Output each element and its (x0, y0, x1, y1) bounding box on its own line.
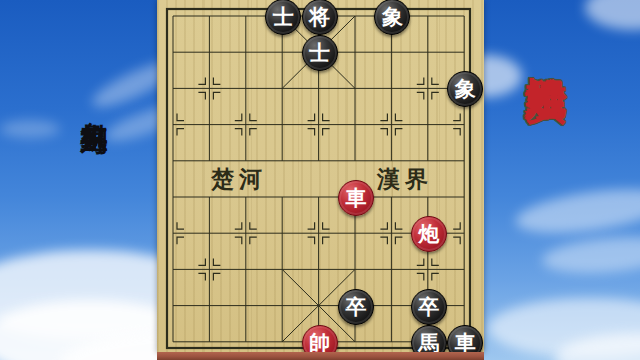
left-channel-title: 象棋刘正哥 (76, 100, 112, 110)
river-label-han-jie: 漢界 (377, 167, 433, 190)
right-slogan-title: 疑难绝妙实用 (519, 44, 574, 50)
piece-black-advisor-2[interactable]: 士 (302, 35, 338, 71)
piece-black-general[interactable]: 将 (302, 0, 338, 35)
piece-black-soldier-1[interactable]: 卒 (338, 289, 374, 325)
xiangqi-board: 楚河 漢界 士将象士象車炮卒卒帥馬車 (157, 0, 484, 360)
board-bottom-edge (157, 352, 484, 360)
cloud (541, 232, 640, 278)
piece-black-soldier-2[interactable]: 卒 (411, 289, 447, 325)
cloud (0, 120, 60, 138)
video-frame: 象棋刘正哥 疑难绝妙实用 楚河 漢界 士将象士象車炮卒卒帥馬車 (0, 0, 640, 360)
piece-red-chariot[interactable]: 車 (338, 180, 374, 216)
piece-red-cannon[interactable]: 炮 (411, 216, 447, 252)
cloud (585, 0, 640, 30)
cloud (513, 181, 640, 240)
river-label-chu-he: 楚河 (211, 167, 267, 190)
